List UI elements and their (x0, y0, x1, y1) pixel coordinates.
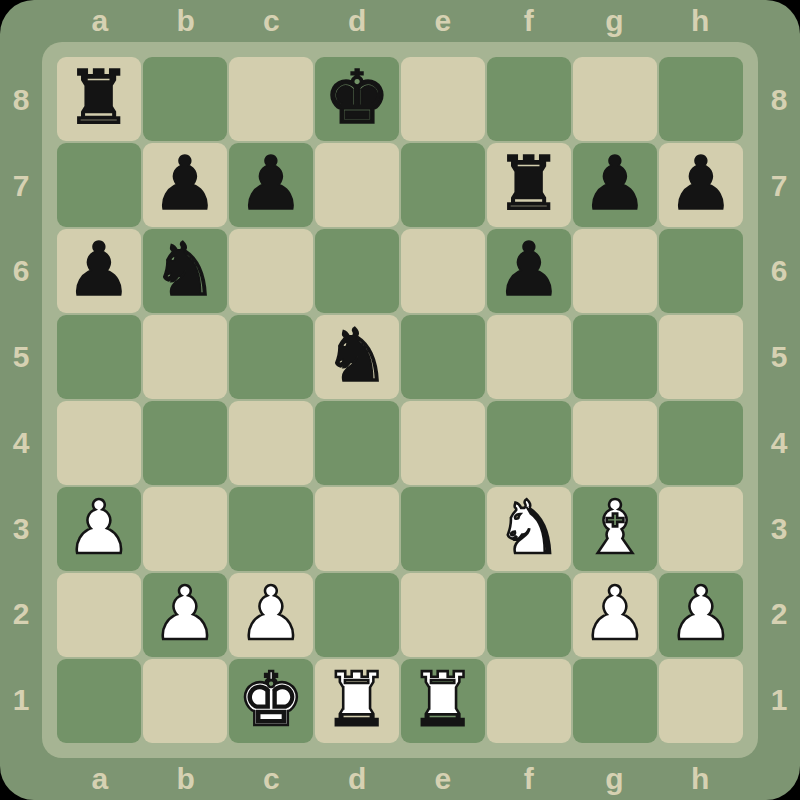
white-pawn-c2[interactable]: ♟ (238, 576, 304, 650)
square-a5[interactable] (57, 315, 141, 399)
rank-label-1: 1 (758, 657, 800, 743)
rank-labels-left: 87654321 (0, 57, 42, 743)
rank-label-7: 7 (0, 143, 42, 229)
file-label-e: e (400, 758, 486, 800)
square-e2[interactable] (401, 573, 485, 657)
square-g8[interactable] (573, 57, 657, 141)
square-h8[interactable] (659, 57, 743, 141)
white-pawn-b2[interactable]: ♟ (152, 576, 218, 650)
square-f5[interactable] (487, 315, 571, 399)
file-label-d: d (314, 758, 400, 800)
square-c6[interactable] (229, 229, 313, 313)
rank-label-4: 4 (0, 400, 42, 486)
square-h6[interactable] (659, 229, 743, 313)
black-pawn-h7[interactable]: ♟ (668, 146, 734, 220)
square-h3[interactable] (659, 487, 743, 571)
board-frame: abcdefgh abcdefgh 87654321 87654321 ♜♚♟♟… (0, 0, 800, 800)
file-labels-top: abcdefgh (57, 0, 743, 42)
black-pawn-c7[interactable]: ♟ (238, 146, 304, 220)
rank-label-6: 6 (758, 229, 800, 315)
file-labels-bottom: abcdefgh (57, 758, 743, 800)
square-e5[interactable] (401, 315, 485, 399)
square-g4[interactable] (573, 401, 657, 485)
square-a7[interactable] (57, 143, 141, 227)
square-b5[interactable] (143, 315, 227, 399)
square-b4[interactable] (143, 401, 227, 485)
square-a4[interactable] (57, 401, 141, 485)
rank-label-5: 5 (0, 314, 42, 400)
square-f4[interactable] (487, 401, 571, 485)
rank-label-8: 8 (758, 57, 800, 143)
square-h1[interactable] (659, 659, 743, 743)
square-h4[interactable] (659, 401, 743, 485)
black-pawn-f6[interactable]: ♟ (496, 232, 562, 306)
black-knight-d5[interactable]: ♞ (324, 318, 390, 392)
square-c8[interactable] (229, 57, 313, 141)
file-label-b: b (143, 0, 229, 42)
square-d4[interactable] (315, 401, 399, 485)
square-h5[interactable] (659, 315, 743, 399)
black-rook-f7[interactable]: ♜ (496, 146, 562, 220)
square-b1[interactable] (143, 659, 227, 743)
file-label-a: a (57, 0, 143, 42)
square-f6[interactable]: ♟ (487, 229, 571, 313)
white-bishop-g3[interactable]: ♝ (582, 490, 648, 564)
square-g6[interactable] (573, 229, 657, 313)
square-f1[interactable] (487, 659, 571, 743)
square-c2[interactable]: ♟ (229, 573, 313, 657)
square-d5[interactable]: ♞ (315, 315, 399, 399)
black-pawn-a6[interactable]: ♟ (66, 232, 132, 306)
square-g1[interactable] (573, 659, 657, 743)
square-c4[interactable] (229, 401, 313, 485)
white-pawn-g2[interactable]: ♟ (582, 576, 648, 650)
rank-label-4: 4 (758, 400, 800, 486)
black-pawn-b7[interactable]: ♟ (152, 146, 218, 220)
square-e3[interactable] (401, 487, 485, 571)
square-b3[interactable] (143, 487, 227, 571)
rank-label-2: 2 (758, 572, 800, 658)
square-h2[interactable]: ♟ (659, 573, 743, 657)
square-b6[interactable]: ♞ (143, 229, 227, 313)
file-label-f: f (486, 758, 572, 800)
square-c7[interactable]: ♟ (229, 143, 313, 227)
white-king-c1[interactable]: ♚ (238, 662, 304, 736)
square-f8[interactable] (487, 57, 571, 141)
rank-label-6: 6 (0, 229, 42, 315)
square-a6[interactable]: ♟ (57, 229, 141, 313)
black-knight-b6[interactable]: ♞ (152, 232, 218, 306)
square-g3[interactable]: ♝ (573, 487, 657, 571)
square-d8[interactable]: ♚ (315, 57, 399, 141)
file-label-a: a (57, 758, 143, 800)
square-e8[interactable] (401, 57, 485, 141)
board-area: ♜♚♟♟♜♟♟♟♞♟♞♟♞♝♟♟♟♟♚♜♜ (42, 42, 758, 758)
square-a3[interactable]: ♟ (57, 487, 141, 571)
white-rook-d1[interactable]: ♜ (324, 662, 390, 736)
square-g7[interactable]: ♟ (573, 143, 657, 227)
square-a1[interactable] (57, 659, 141, 743)
square-g2[interactable]: ♟ (573, 573, 657, 657)
square-e4[interactable] (401, 401, 485, 485)
black-king-d8[interactable]: ♚ (324, 60, 390, 134)
square-h7[interactable]: ♟ (659, 143, 743, 227)
file-label-d: d (314, 0, 400, 42)
square-d7[interactable] (315, 143, 399, 227)
rank-label-2: 2 (0, 572, 42, 658)
square-b2[interactable]: ♟ (143, 573, 227, 657)
square-b7[interactable]: ♟ (143, 143, 227, 227)
square-f2[interactable] (487, 573, 571, 657)
rank-label-3: 3 (758, 486, 800, 572)
square-c1[interactable]: ♚ (229, 659, 313, 743)
white-knight-f3[interactable]: ♞ (496, 490, 562, 564)
square-d6[interactable] (315, 229, 399, 313)
file-label-h: h (657, 758, 743, 800)
square-g5[interactable] (573, 315, 657, 399)
rank-label-7: 7 (758, 143, 800, 229)
square-c3[interactable] (229, 487, 313, 571)
file-label-c: c (229, 758, 315, 800)
square-e7[interactable] (401, 143, 485, 227)
rank-label-8: 8 (0, 57, 42, 143)
square-a2[interactable] (57, 573, 141, 657)
square-a8[interactable]: ♜ (57, 57, 141, 141)
square-f7[interactable]: ♜ (487, 143, 571, 227)
rank-label-1: 1 (0, 657, 42, 743)
rank-labels-right: 87654321 (758, 57, 800, 743)
white-rook-e1[interactable]: ♜ (410, 662, 476, 736)
square-d3[interactable] (315, 487, 399, 571)
square-d1[interactable]: ♜ (315, 659, 399, 743)
file-label-e: e (400, 0, 486, 42)
black-pawn-g7[interactable]: ♟ (582, 146, 648, 220)
file-label-g: g (572, 0, 658, 42)
file-label-g: g (572, 758, 658, 800)
file-label-f: f (486, 0, 572, 42)
white-pawn-h2[interactable]: ♟ (668, 576, 734, 650)
file-label-c: c (229, 0, 315, 42)
board: ♜♚♟♟♜♟♟♟♞♟♞♟♞♝♟♟♟♟♚♜♜ (57, 57, 743, 743)
black-rook-a8[interactable]: ♜ (66, 60, 132, 134)
square-d2[interactable] (315, 573, 399, 657)
rank-label-3: 3 (0, 486, 42, 572)
rank-label-5: 5 (758, 314, 800, 400)
square-f3[interactable]: ♞ (487, 487, 571, 571)
white-pawn-a3[interactable]: ♟ (66, 490, 132, 564)
square-e1[interactable]: ♜ (401, 659, 485, 743)
square-c5[interactable] (229, 315, 313, 399)
file-label-b: b (143, 758, 229, 800)
square-e6[interactable] (401, 229, 485, 313)
file-label-h: h (657, 0, 743, 42)
square-b8[interactable] (143, 57, 227, 141)
